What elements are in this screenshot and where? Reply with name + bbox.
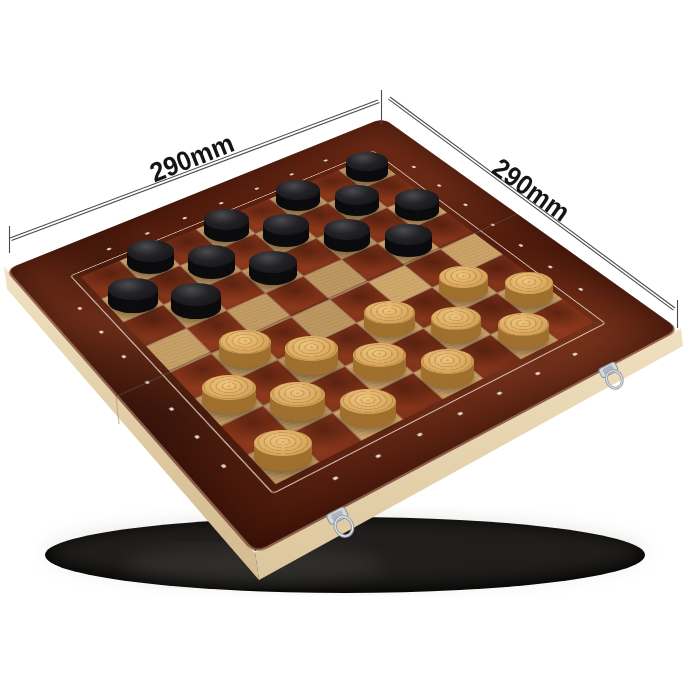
checker-piece-black — [346, 152, 388, 171]
checker-piece-wood — [439, 266, 488, 288]
checker-piece-wood — [498, 313, 549, 337]
checker-piece-wood — [353, 343, 406, 367]
checker-piece-wood — [340, 389, 396, 415]
checker-piece-black — [263, 214, 309, 235]
checker-piece-black — [276, 180, 320, 200]
checker-piece-black — [324, 219, 370, 240]
checker-piece-wood — [285, 336, 338, 360]
checker-piece-wood — [364, 301, 415, 324]
pieces-layer — [0, 0, 700, 700]
checker-piece-wood — [270, 382, 325, 407]
checker-piece-black — [188, 245, 235, 267]
checker-piece-black — [385, 224, 431, 245]
checker-piece-black — [335, 185, 379, 205]
checker-piece-wood — [505, 272, 554, 295]
checker-piece-black — [171, 283, 221, 306]
checker-piece-black — [204, 209, 249, 230]
product-photo: 290mm 290mm — [0, 0, 700, 700]
checker-piece-black — [249, 251, 297, 273]
checker-piece-black — [395, 189, 439, 209]
checker-piece-wood — [254, 430, 312, 457]
checker-piece-black — [108, 278, 157, 301]
checker-piece-wood — [202, 375, 257, 400]
checker-piece-black — [127, 240, 174, 262]
checker-piece-wood — [219, 330, 271, 354]
checker-piece-wood — [421, 349, 474, 374]
checker-piece-wood — [431, 307, 482, 330]
